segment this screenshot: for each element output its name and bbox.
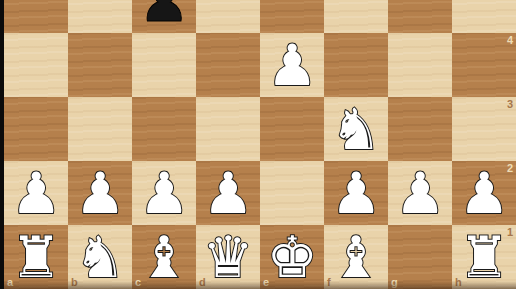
square-d4[interactable] — [196, 33, 260, 97]
square-c3[interactable] — [132, 97, 196, 161]
white-king[interactable]: ♚ — [260, 225, 324, 289]
square-e3[interactable] — [260, 97, 324, 161]
square-h3[interactable]: 3 — [452, 97, 516, 161]
square-d5[interactable] — [196, 0, 260, 33]
coord-rank-3: 3 — [507, 99, 513, 110]
square-f5[interactable] — [324, 0, 388, 33]
square-g2[interactable]: ♟ — [388, 161, 452, 225]
square-h5[interactable]: 5 — [452, 0, 516, 33]
coord-file-g: g — [391, 277, 398, 288]
square-b1[interactable]: ♞b — [68, 225, 132, 289]
chess-board-viewport: ♟5♟4♞3♟♟♟♟♟♟♟2♜a♞b♝c♛d♚e♝fg♜h1 — [0, 0, 516, 289]
square-a3[interactable] — [4, 97, 68, 161]
white-pawn[interactable]: ♟ — [132, 161, 196, 225]
square-a2[interactable]: ♟ — [4, 161, 68, 225]
square-h2[interactable]: ♟2 — [452, 161, 516, 225]
square-e5[interactable] — [260, 0, 324, 33]
coord-rank-4: 4 — [507, 35, 513, 46]
white-knight[interactable]: ♞ — [324, 97, 388, 161]
square-c1[interactable]: ♝c — [132, 225, 196, 289]
square-e2[interactable] — [260, 161, 324, 225]
square-c2[interactable]: ♟ — [132, 161, 196, 225]
white-pawn[interactable]: ♟ — [196, 161, 260, 225]
square-g3[interactable] — [388, 97, 452, 161]
square-a1[interactable]: ♜a — [4, 225, 68, 289]
square-c4[interactable] — [132, 33, 196, 97]
white-pawn[interactable]: ♟ — [4, 161, 68, 225]
square-d2[interactable]: ♟ — [196, 161, 260, 225]
white-pawn[interactable]: ♟ — [324, 161, 388, 225]
square-d3[interactable] — [196, 97, 260, 161]
square-b4[interactable] — [68, 33, 132, 97]
white-bishop[interactable]: ♝ — [132, 225, 196, 289]
square-b2[interactable]: ♟ — [68, 161, 132, 225]
white-queen[interactable]: ♛ — [196, 225, 260, 289]
white-pawn[interactable]: ♟ — [452, 161, 516, 225]
square-g5[interactable] — [388, 0, 452, 33]
square-a4[interactable] — [4, 33, 68, 97]
white-rook[interactable]: ♜ — [452, 225, 516, 289]
square-f4[interactable] — [324, 33, 388, 97]
black-pawn[interactable]: ♟ — [132, 0, 196, 33]
square-b3[interactable] — [68, 97, 132, 161]
chess-board: ♟5♟4♞3♟♟♟♟♟♟♟2♜a♞b♝c♛d♚e♝fg♜h1 — [4, 0, 516, 289]
square-f2[interactable]: ♟ — [324, 161, 388, 225]
square-e1[interactable]: ♚e — [260, 225, 324, 289]
square-f1[interactable]: ♝f — [324, 225, 388, 289]
square-b5[interactable] — [68, 0, 132, 33]
square-c5[interactable]: ♟ — [132, 0, 196, 33]
square-e4[interactable]: ♟ — [260, 33, 324, 97]
screen-edge-bar — [0, 0, 4, 289]
square-h1[interactable]: ♜h1 — [452, 225, 516, 289]
square-a5[interactable] — [4, 0, 68, 33]
square-d1[interactable]: ♛d — [196, 225, 260, 289]
square-g1[interactable]: g — [388, 225, 452, 289]
white-pawn[interactable]: ♟ — [68, 161, 132, 225]
white-pawn[interactable]: ♟ — [388, 161, 452, 225]
square-h4[interactable]: 4 — [452, 33, 516, 97]
white-rook[interactable]: ♜ — [4, 225, 68, 289]
white-knight[interactable]: ♞ — [68, 225, 132, 289]
square-f3[interactable]: ♞ — [324, 97, 388, 161]
white-bishop[interactable]: ♝ — [324, 225, 388, 289]
square-g4[interactable] — [388, 33, 452, 97]
white-pawn[interactable]: ♟ — [260, 33, 324, 97]
